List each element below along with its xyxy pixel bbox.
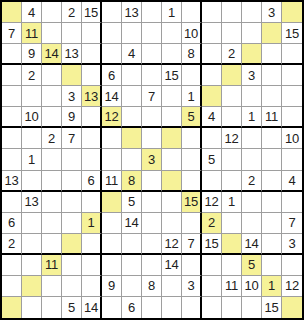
cell-r9c1[interactable]: 13 [2,171,22,192]
cell-r12c1[interactable]: 2 [2,234,22,255]
cell-r8c5[interactable] [82,149,102,170]
cell-r3c8[interactable] [142,44,162,65]
cell-r4c7[interactable] [122,65,142,86]
cell-r6c12[interactable] [222,107,242,128]
cell-r14c12[interactable]: 11 [222,276,242,297]
cell-r11c13[interactable] [242,213,262,234]
cell-r2c6[interactable] [102,23,122,44]
cell-r7c8[interactable] [142,128,162,149]
cell-r1c1[interactable] [2,2,22,23]
cell-r4c8[interactable] [142,65,162,86]
cell-r10c4[interactable] [62,192,82,213]
cell-r7c15[interactable]: 10 [282,128,302,149]
cell-r14c8[interactable]: 8 [142,276,162,297]
cell-r1c13[interactable] [242,2,262,23]
cell-r4c12[interactable] [222,65,242,86]
cell-r13c12[interactable] [222,255,242,276]
cell-r8c11[interactable]: 5 [202,149,222,170]
cell-r8c2[interactable]: 1 [22,149,42,170]
cell-r5c9[interactable] [162,86,182,107]
cell-r5c14[interactable] [262,86,282,107]
cell-r1c10[interactable] [182,2,202,23]
cell-r5c12[interactable] [222,86,242,107]
cell-r11c11[interactable]: 2 [202,213,222,234]
cell-r11c15[interactable]: 7 [282,213,302,234]
cell-r5c10[interactable]: 1 [182,86,202,107]
cell-r13c13[interactable]: 5 [242,255,262,276]
cell-r13c6[interactable] [102,255,122,276]
cell-r15c13[interactable] [242,297,262,318]
cell-r13c3[interactable]: 11 [42,255,62,276]
cell-r15c1[interactable] [2,297,22,318]
cell-r12c3[interactable] [42,234,62,255]
cell-r11c4[interactable] [62,213,82,234]
cell-r9c9[interactable] [162,171,182,192]
cell-r7c13[interactable] [242,128,262,149]
cell-r7c10[interactable] [182,128,202,149]
cell-r3c7[interactable]: 4 [122,44,142,65]
cell-r7c1[interactable] [2,128,22,149]
cell-r5c2[interactable] [22,86,42,107]
cell-r6c11[interactable]: 4 [202,107,222,128]
cell-r3c4[interactable]: 13 [62,44,82,65]
cell-r11c7[interactable]: 14 [122,213,142,234]
cell-r9c4[interactable] [62,171,82,192]
cell-r4c3[interactable] [42,65,62,86]
cell-r11c10[interactable] [182,213,202,234]
cell-r4c14[interactable] [262,65,282,86]
cell-r14c1[interactable] [2,276,22,297]
cell-r5c8[interactable]: 7 [142,86,162,107]
cell-r10c1[interactable] [2,192,22,213]
cell-r11c3[interactable] [42,213,62,234]
cell-r8c7[interactable] [122,149,142,170]
cell-r3c11[interactable] [202,44,222,65]
sudoku-x-screenshot: 4215131371110159141348226153313147110912… [0,0,304,320]
cell-r4c10[interactable] [182,65,202,86]
cell-r11c6[interactable] [102,213,122,234]
cell-r5c3[interactable] [42,86,62,107]
cell-r15c3[interactable] [42,297,62,318]
cell-r2c12[interactable] [222,23,242,44]
cell-r13c4[interactable] [62,255,82,276]
cell-r2c14[interactable] [262,23,282,44]
cell-r4c6[interactable]: 6 [102,65,122,86]
cell-r3c14[interactable] [262,44,282,65]
cell-r1c5[interactable]: 15 [82,2,102,23]
cell-r14c2[interactable] [22,276,42,297]
cell-r15c10[interactable] [182,297,202,318]
cell-r10c5[interactable] [82,192,102,213]
cell-r12c15[interactable]: 3 [282,234,302,255]
cell-r2c7[interactable] [122,23,142,44]
cell-r14c13[interactable]: 10 [242,276,262,297]
cell-r3c6[interactable] [102,44,122,65]
cell-r5c4[interactable]: 3 [62,86,82,107]
cell-r8c8[interactable]: 3 [142,149,162,170]
cell-r3c2[interactable]: 9 [22,44,42,65]
cell-r13c14[interactable] [262,255,282,276]
cell-r15c12[interactable] [222,297,242,318]
cell-r2c4[interactable] [62,23,82,44]
cell-r9c10[interactable] [182,171,202,192]
cell-r13c1[interactable] [2,255,22,276]
cell-r7c5[interactable] [82,128,102,149]
cell-r9c14[interactable] [262,171,282,192]
cell-r10c6[interactable] [102,192,122,213]
cell-r15c11[interactable] [202,297,222,318]
cell-r6c4[interactable]: 9 [62,107,82,128]
cell-r12c2[interactable] [22,234,42,255]
cell-r9c5[interactable]: 6 [82,171,102,192]
cell-r2c9[interactable] [162,23,182,44]
cell-r14c14[interactable]: 1 [262,276,282,297]
cell-r6c7[interactable] [122,107,142,128]
cell-r9c12[interactable] [222,171,242,192]
cell-r7c12[interactable]: 12 [222,128,242,149]
cell-r9c11[interactable] [202,171,222,192]
cell-r3c3[interactable]: 14 [42,44,62,65]
cell-r15c5[interactable]: 14 [82,297,102,318]
cell-r14c3[interactable] [42,276,62,297]
cell-r7c14[interactable] [262,128,282,149]
cell-r10c2[interactable]: 13 [22,192,42,213]
cell-r1c6[interactable] [102,2,122,23]
cell-r6c9[interactable] [162,107,182,128]
cell-r5c6[interactable]: 14 [102,86,122,107]
cell-r2c1[interactable]: 7 [2,23,22,44]
cell-r10c12[interactable]: 1 [222,192,242,213]
cell-r11c2[interactable] [22,213,42,234]
cell-r6c1[interactable] [2,107,22,128]
cell-r1c7[interactable]: 13 [122,2,142,23]
cell-r14c11[interactable] [202,276,222,297]
cell-r6c6[interactable]: 12 [102,107,122,128]
cell-r8c12[interactable] [222,149,242,170]
cell-r15c9[interactable] [162,297,182,318]
cell-r1c11[interactable] [202,2,222,23]
cell-r6c13[interactable]: 1 [242,107,262,128]
cell-r7c11[interactable] [202,128,222,149]
cell-r12c6[interactable] [102,234,122,255]
cell-r12c7[interactable] [122,234,142,255]
cell-r10c13[interactable] [242,192,262,213]
cell-r15c4[interactable]: 5 [62,297,82,318]
cell-r1c12[interactable] [222,2,242,23]
cell-r12c5[interactable] [82,234,102,255]
cell-r12c13[interactable]: 14 [242,234,262,255]
cell-r10c15[interactable] [282,192,302,213]
cell-r5c5[interactable]: 13 [82,86,102,107]
cell-r15c8[interactable] [142,297,162,318]
cell-r1c3[interactable] [42,2,62,23]
cell-r8c6[interactable] [102,149,122,170]
cell-r4c1[interactable] [2,65,22,86]
cell-r7c3[interactable]: 2 [42,128,62,149]
cell-r1c4[interactable]: 2 [62,2,82,23]
cell-r1c9[interactable]: 1 [162,2,182,23]
cell-r13c7[interactable] [122,255,142,276]
cell-r15c2[interactable] [22,297,42,318]
cell-r12c12[interactable] [222,234,242,255]
cell-r2c11[interactable] [202,23,222,44]
cell-r12c10[interactable]: 7 [182,234,202,255]
cell-r8c4[interactable] [62,149,82,170]
cell-r1c2[interactable]: 4 [22,2,42,23]
cell-r11c5[interactable]: 1 [82,213,102,234]
cell-r15c14[interactable]: 15 [262,297,282,318]
cell-r2c13[interactable] [242,23,262,44]
cell-r11c12[interactable] [222,213,242,234]
cell-r2c10[interactable]: 10 [182,23,202,44]
cell-r10c14[interactable] [262,192,282,213]
cell-r14c9[interactable] [162,276,182,297]
cell-r10c8[interactable] [142,192,162,213]
cell-r15c7[interactable]: 6 [122,297,142,318]
cell-r2c15[interactable]: 15 [282,23,302,44]
cell-r2c3[interactable] [42,23,62,44]
cell-r5c7[interactable] [122,86,142,107]
cell-r13c9[interactable]: 14 [162,255,182,276]
cell-r6c3[interactable] [42,107,62,128]
cell-r7c4[interactable]: 7 [62,128,82,149]
cell-r10c3[interactable] [42,192,62,213]
cell-r6c5[interactable] [82,107,102,128]
cell-r2c8[interactable] [142,23,162,44]
cell-r12c9[interactable]: 12 [162,234,182,255]
cell-r4c15[interactable] [282,65,302,86]
cell-r7c9[interactable] [162,128,182,149]
cell-r6c2[interactable]: 10 [22,107,42,128]
cell-r9c8[interactable] [142,171,162,192]
cell-r12c11[interactable]: 15 [202,234,222,255]
cell-r7c6[interactable] [102,128,122,149]
cell-r14c5[interactable] [82,276,102,297]
cell-r9c13[interactable]: 2 [242,171,262,192]
cell-r8c10[interactable] [182,149,202,170]
cell-r15c15[interactable] [282,297,302,318]
cell-r9c6[interactable]: 11 [102,171,122,192]
cell-r12c4[interactable] [62,234,82,255]
cell-r4c4[interactable] [62,65,82,86]
cell-r13c15[interactable] [282,255,302,276]
cell-r14c7[interactable] [122,276,142,297]
cell-r5c13[interactable] [242,86,262,107]
cell-r3c12[interactable]: 2 [222,44,242,65]
cell-r12c14[interactable] [262,234,282,255]
cell-r14c10[interactable]: 3 [182,276,202,297]
cell-r7c2[interactable] [22,128,42,149]
cell-r8c3[interactable] [42,149,62,170]
cell-r10c9[interactable] [162,192,182,213]
cell-r13c5[interactable] [82,255,102,276]
cell-r11c8[interactable] [142,213,162,234]
cell-r3c1[interactable] [2,44,22,65]
cell-r8c9[interactable] [162,149,182,170]
cell-r10c10[interactable]: 15 [182,192,202,213]
cell-r9c15[interactable]: 4 [282,171,302,192]
cell-r13c8[interactable] [142,255,162,276]
cell-r1c8[interactable] [142,2,162,23]
cell-r11c1[interactable]: 6 [2,213,22,234]
cell-r4c13[interactable]: 3 [242,65,262,86]
cell-r8c14[interactable] [262,149,282,170]
sudoku-x-board: 4215131371110159141348226153313147110912… [0,0,304,320]
cell-r6c10[interactable]: 5 [182,107,202,128]
cell-r8c13[interactable] [242,149,262,170]
cell-r2c2[interactable]: 11 [22,23,42,44]
cell-r2c5[interactable] [82,23,102,44]
cell-r15c6[interactable] [102,297,122,318]
cell-r3c10[interactable]: 8 [182,44,202,65]
cell-r4c11[interactable] [202,65,222,86]
cell-r11c14[interactable] [262,213,282,234]
cell-r5c1[interactable] [2,86,22,107]
cell-r7c7[interactable] [122,128,142,149]
cell-r4c9[interactable]: 15 [162,65,182,86]
cell-r14c6[interactable]: 9 [102,276,122,297]
cell-r9c2[interactable] [22,171,42,192]
cell-r9c3[interactable] [42,171,62,192]
cell-r3c5[interactable] [82,44,102,65]
cell-r14c15[interactable]: 12 [282,276,302,297]
cell-r6c14[interactable]: 11 [262,107,282,128]
cell-r9c7[interactable]: 8 [122,171,142,192]
cell-r8c1[interactable] [2,149,22,170]
cell-r5c15[interactable] [282,86,302,107]
cell-r10c7[interactable]: 5 [122,192,142,213]
cell-r3c15[interactable] [282,44,302,65]
cell-r13c10[interactable] [182,255,202,276]
cell-r6c8[interactable] [142,107,162,128]
cell-r4c5[interactable] [82,65,102,86]
cell-r8c15[interactable] [282,149,302,170]
cell-r3c9[interactable] [162,44,182,65]
cell-r4c2[interactable]: 2 [22,65,42,86]
cell-r3c13[interactable] [242,44,262,65]
cell-r10c11[interactable]: 12 [202,192,222,213]
cell-r13c2[interactable] [22,255,42,276]
cell-r1c15[interactable] [282,2,302,23]
cell-r12c8[interactable] [142,234,162,255]
cell-r5c11[interactable] [202,86,222,107]
cell-r13c11[interactable] [202,255,222,276]
cell-r11c9[interactable] [162,213,182,234]
cell-r1c14[interactable]: 3 [262,2,282,23]
cell-r6c15[interactable] [282,107,302,128]
cell-r14c4[interactable] [62,276,82,297]
